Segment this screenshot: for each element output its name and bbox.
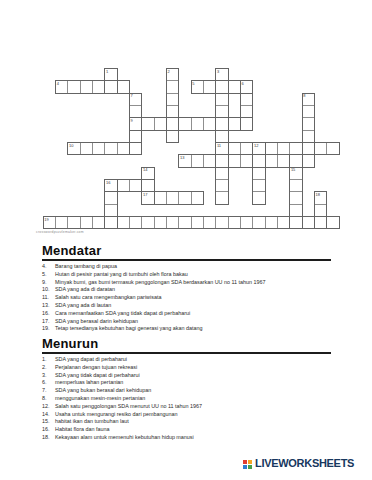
crossword-cell[interactable] (178, 191, 191, 204)
crossword-cell[interactable] (314, 204, 327, 217)
down-clue-list: 1.SDA yang dapat di perbaharui2.Perjalan… (42, 356, 342, 442)
worksheet-page: 12345678910111213141516171819 crosswordp… (0, 0, 372, 480)
crossword-cell[interactable] (289, 142, 302, 155)
crossword-cell[interactable] (277, 142, 290, 155)
crossword-cell[interactable] (104, 179, 117, 192)
crossword-cell[interactable] (166, 130, 179, 143)
crossword-cell[interactable] (228, 142, 241, 155)
crossword-cell[interactable] (203, 80, 216, 93)
crossword-cell[interactable] (277, 216, 290, 229)
crossword-cell[interactable] (289, 216, 302, 229)
clue-item-text: Minyak bumi, gas bumi termasuk penggolon… (55, 279, 266, 287)
crossword-cell[interactable] (67, 80, 80, 93)
crossword-cell[interactable] (117, 179, 130, 192)
crossword-cell[interactable] (240, 117, 253, 130)
crossword-cell[interactable] (302, 93, 315, 106)
clue-item-text: Tetap tersedianya kebutuhan bagi generas… (55, 325, 202, 333)
crossword-cell[interactable] (302, 154, 315, 167)
crossword-cell[interactable] (302, 142, 315, 155)
crossword-cell[interactable] (215, 105, 228, 118)
crossword-cell[interactable] (129, 105, 142, 118)
crossword-cell[interactable] (191, 191, 204, 204)
crossword-cell[interactable] (289, 179, 302, 192)
clue-item-text: SDA yang berasal darin kehidupan (55, 318, 138, 326)
logo-color-square (243, 460, 247, 464)
crossword-cell[interactable] (215, 80, 228, 93)
crossword-cell[interactable] (92, 142, 105, 155)
crossword-cell[interactable] (55, 216, 68, 229)
crossword-cell[interactable] (178, 216, 191, 229)
clue-item-number: 7. (42, 387, 55, 395)
crossword-cell[interactable] (80, 80, 93, 93)
clue-item: 16.Cara memanfaatkan SDA yang tidak dapa… (42, 310, 342, 318)
down-heading: Menurun (42, 336, 98, 351)
clue-item: 14.Usaha untuk mengurangi resiko dari pe… (42, 411, 342, 419)
clue-item-number: 9. (42, 279, 55, 287)
clue-item-number: 17. (42, 318, 55, 326)
crossword-grid[interactable]: 12345678910111213141516171819 (0, 0, 372, 240)
crossword-cell[interactable] (104, 68, 117, 81)
crossword-cell[interactable] (154, 191, 167, 204)
crossword-cell[interactable] (166, 68, 179, 81)
clue-item-text: SDA yang dapat di perbaharui (55, 356, 127, 364)
crossword-cell[interactable] (117, 142, 130, 155)
crossword-cell[interactable] (215, 117, 228, 130)
logo-color-square (248, 460, 252, 464)
clue-item-text: SDA yang ada di daratan (55, 286, 115, 294)
clue-item: 12.Salah satu penggolongan SDA menurut U… (42, 403, 342, 411)
crossword-cell[interactable] (166, 93, 179, 106)
clue-item: 10.SDA yang ada di daratan (42, 286, 342, 294)
crossword-cell[interactable] (252, 179, 265, 192)
crossword-cell[interactable] (265, 154, 278, 167)
crossword-cell[interactable] (314, 191, 327, 204)
clue-item: 9.Minyak bumi, gas bumi termasuk penggol… (42, 279, 342, 287)
clue-item: 7.SDA yang bukan berasal dari kehidupan (42, 387, 342, 395)
crossword-cell[interactable] (141, 216, 154, 229)
clue-item-text: Usaha untuk mengurangi resiko dari pemba… (55, 411, 178, 419)
crossword-cell[interactable] (289, 191, 302, 204)
crossword-cell[interactable] (104, 80, 117, 93)
crossword-cell[interactable] (228, 154, 241, 167)
clue-item-text: SDA yang bukan berasal dari kehidupan (55, 387, 151, 395)
across-heading: Mendatar (42, 243, 101, 258)
clue-item: 4.Barang tambang di papua (42, 263, 342, 271)
crossword-cell[interactable] (314, 216, 327, 229)
clue-item-number: 10. (42, 286, 55, 294)
clue-item: 6.memperluas lahan pertanian (42, 379, 342, 387)
crossword-cell[interactable] (302, 105, 315, 118)
crossword-cell[interactable] (141, 179, 154, 192)
crossword-cell[interactable] (252, 167, 265, 180)
clue-item: 13.SDA yang ada di lautan (42, 302, 342, 310)
clue-item-text: Salah satu penggolongan SDA menurut UU n… (55, 403, 202, 411)
crossword-cell[interactable] (326, 216, 339, 229)
clue-item-text: Hutan di pesisir pantai yang di tumbuhi … (55, 271, 188, 279)
crossword-cell[interactable] (215, 68, 228, 81)
crossword-cell[interactable] (129, 93, 142, 106)
crossword-cell[interactable] (252, 154, 265, 167)
crossword-cell[interactable] (129, 130, 142, 143)
crossword-cell[interactable] (240, 105, 253, 118)
across-clue-list: 4.Barang tambang di papua5.Hutan di pesi… (42, 263, 342, 333)
crossword-cell[interactable] (215, 93, 228, 106)
crossword-cell[interactable] (215, 142, 228, 155)
clue-item: 2.Perjalanan dengan tujuan rekreasi (42, 364, 342, 372)
crossword-cell[interactable] (302, 130, 315, 143)
clue-item: 11.Salah satu cara mengembangkan pariwis… (42, 294, 342, 302)
clue-item-text: menggunakan mesin-mesin pertanian (55, 395, 145, 403)
clue-item-number: 3. (42, 372, 55, 380)
crossword-cell[interactable] (166, 117, 179, 130)
crossword-cell[interactable] (166, 105, 179, 118)
clue-item-number: 18. (42, 434, 55, 442)
crossword-cell[interactable] (228, 117, 241, 130)
clue-item: 18.Kekayaan alam untuk memenuhi kebutuha… (42, 434, 342, 442)
clue-item: 5.Hutan di pesisir pantai yang di tumbuh… (42, 271, 342, 279)
clue-item-text: Perjalanan dengan tujuan rekreasi (55, 364, 137, 372)
crossword-cell[interactable] (302, 117, 315, 130)
crossword-cell[interactable] (240, 80, 253, 93)
clue-item-number: 4. (42, 263, 55, 271)
clue-item-number: 16. (42, 426, 55, 434)
clue-item-number: 15. (42, 418, 55, 426)
crossword-cell[interactable] (80, 142, 93, 155)
crossword-cell[interactable] (326, 142, 339, 155)
crossword-cell[interactable] (314, 142, 327, 155)
clue-item-text: Barang tambang di papua (55, 263, 117, 271)
clue-item: 17.SDA yang berasal darin kehidupan (42, 318, 342, 326)
across-heading-rule (42, 259, 331, 261)
crossword-cell[interactable] (141, 191, 154, 204)
crossword-cell[interactable] (228, 80, 241, 93)
crossword-cell[interactable] (302, 216, 315, 229)
crossword-cell[interactable] (129, 179, 142, 192)
crossword-cell[interactable] (252, 142, 265, 155)
crossword-cell[interactable] (55, 80, 68, 93)
crossword-cell[interactable] (67, 142, 80, 155)
crossword-cell[interactable] (129, 216, 142, 229)
crossword-cell[interactable] (265, 142, 278, 155)
crossword-cell[interactable] (289, 167, 302, 180)
clue-item-number: 16. (42, 310, 55, 318)
crossword-cell[interactable] (129, 117, 142, 130)
clue-item-number: 13. (42, 302, 55, 310)
crossword-cell[interactable] (215, 179, 228, 192)
crossword-cell[interactable] (240, 216, 253, 229)
grid-watermark: crosswordpuzzlemaker.com (36, 231, 84, 234)
clue-item-text: Kekayaan alam untuk memenuhi kebutuhan h… (55, 434, 194, 442)
liveworksheets-logo-text: LIVEWORKSHEETS (255, 457, 354, 469)
crossword-cell[interactable] (289, 204, 302, 217)
crossword-cell[interactable] (141, 167, 154, 180)
crossword-cell[interactable] (104, 142, 117, 155)
clue-item: 15.habitat ikan dan tumbuhan laut (42, 418, 342, 426)
crossword-cell[interactable] (215, 130, 228, 143)
crossword-cell[interactable] (228, 216, 241, 229)
crossword-cell[interactable] (117, 216, 130, 229)
crossword-cell[interactable] (277, 154, 290, 167)
clue-item-number: 11. (42, 294, 55, 302)
logo-color-square (248, 465, 252, 469)
crossword-cell[interactable] (43, 216, 56, 229)
clue-item-number: 12. (42, 403, 55, 411)
clue-item-text: Cara memanfaatkan SDA yang tidak dapat d… (55, 310, 190, 318)
clue-item-text: memperluas lahan pertanian (55, 379, 123, 387)
crossword-cell[interactable] (191, 117, 204, 130)
clue-item-text: habitat ikan dan tumbuhan laut (55, 418, 129, 426)
crossword-cell[interactable] (178, 117, 191, 130)
clue-item-text: Salah satu cara mengembangkan pariwisata (55, 294, 161, 302)
crossword-cell[interactable] (265, 216, 278, 229)
down-heading-rule (42, 352, 331, 354)
crossword-cell[interactable] (104, 204, 117, 217)
liveworksheets-logo[interactable]: LIVEWORKSHEETS (243, 457, 354, 469)
crossword-cell[interactable] (191, 154, 204, 167)
crossword-cell[interactable] (240, 93, 253, 106)
crossword-cell[interactable] (252, 216, 265, 229)
crossword-cell[interactable] (240, 142, 253, 155)
crossword-cell[interactable] (92, 80, 105, 93)
clue-item-text: Habitat flora dan fauna (55, 426, 110, 434)
crossword-cell[interactable] (215, 154, 228, 167)
clue-item-text: SDA yang tidak dapat di perbaharui (55, 372, 140, 380)
crossword-cell[interactable] (92, 216, 105, 229)
crossword-cell[interactable] (154, 117, 167, 130)
crossword-cell[interactable] (215, 216, 228, 229)
clue-item: 16.Habitat flora dan fauna (42, 426, 342, 434)
crossword-cell[interactable] (129, 142, 142, 155)
crossword-cell[interactable] (203, 117, 216, 130)
clue-item-number: 6. (42, 379, 55, 387)
clue-item: 1.SDA yang dapat di perbaharui (42, 356, 342, 364)
clue-item-number: 2. (42, 364, 55, 372)
crossword-cell[interactable] (191, 216, 204, 229)
crossword-cell[interactable] (80, 216, 93, 229)
crossword-cell[interactable] (203, 216, 216, 229)
crossword-cell[interactable] (215, 191, 228, 204)
liveworksheets-grid-icon (243, 460, 252, 469)
crossword-cell[interactable] (166, 216, 179, 229)
crossword-cell[interactable] (117, 80, 130, 93)
clue-item-number: 5. (42, 271, 55, 279)
crossword-cell[interactable] (178, 154, 191, 167)
crossword-cell[interactable] (104, 216, 117, 229)
logo-color-square (243, 465, 247, 469)
crossword-cell[interactable] (67, 216, 80, 229)
crossword-cell[interactable] (166, 191, 179, 204)
clue-item: 19.Tetap tersedianya kebutuhan bagi gene… (42, 325, 342, 333)
crossword-cell[interactable] (240, 154, 253, 167)
crossword-cell[interactable] (154, 216, 167, 229)
crossword-cell[interactable] (203, 154, 216, 167)
clue-item-text: SDA yang ada di lautan (55, 302, 111, 310)
crossword-cell[interactable] (141, 117, 154, 130)
crossword-cell[interactable] (166, 80, 179, 93)
clue-item-number: 1. (42, 356, 55, 364)
crossword-cell[interactable] (252, 191, 265, 204)
clue-item-number: 14. (42, 411, 55, 419)
clue-item-number: 8. (42, 395, 55, 403)
crossword-cell[interactable] (215, 167, 228, 180)
clue-item-number: 19. (42, 325, 55, 333)
clue-item: 8.menggunakan mesin-mesin pertanian (42, 395, 342, 403)
clue-item: 3.SDA yang tidak dapat di perbaharui (42, 372, 342, 380)
crossword-cell[interactable] (191, 80, 204, 93)
